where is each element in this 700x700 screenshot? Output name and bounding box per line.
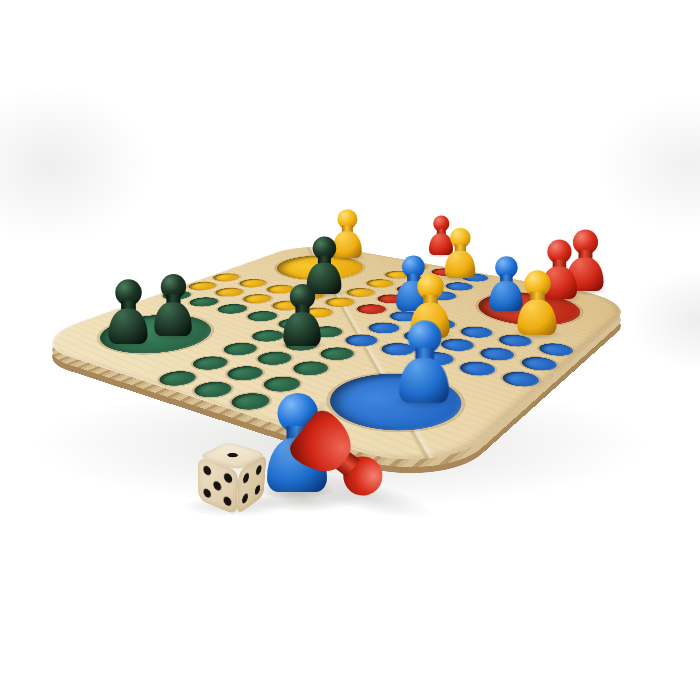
- hole-c5r2[interactable]: [238, 293, 278, 305]
- hole-c4r10[interactable]: [497, 369, 545, 389]
- die-cube: [213, 449, 253, 506]
- hole-c0r5[interactable]: [187, 379, 239, 400]
- background-shading: [0, 80, 160, 250]
- hole-c5r9[interactable]: [475, 345, 520, 363]
- hole-c1r6[interactable]: [256, 374, 307, 395]
- hole-c2r5[interactable]: [251, 349, 299, 367]
- pawn-yellow-2[interactable]: [445, 228, 475, 278]
- hole-c4r3[interactable]: [241, 309, 283, 323]
- hole-c2r6[interactable]: [286, 359, 335, 378]
- pawn-body: [108, 309, 147, 344]
- hole-c5r10[interactable]: [516, 355, 562, 374]
- pawn-body: [517, 300, 556, 335]
- pawn-green-1[interactable]: [108, 279, 147, 344]
- background-shading: [625, 265, 700, 375]
- photo-stage: [0, 0, 700, 700]
- hole-c0r4[interactable]: [152, 369, 203, 389]
- hole-c4r6[interactable]: [339, 332, 383, 348]
- pawn-blue-2[interactable]: [399, 321, 449, 404]
- hole-c1r5[interactable]: [220, 364, 270, 384]
- hole-c4r2[interactable]: [212, 302, 253, 315]
- pawn-green-3[interactable]: [283, 284, 321, 346]
- hole-c7r4[interactable]: [342, 287, 380, 299]
- hole-c6r10[interactable]: [534, 341, 578, 358]
- pawn-body: [399, 358, 449, 403]
- hole-c6r1[interactable]: [234, 278, 271, 289]
- pawn-body: [154, 302, 192, 336]
- pawn-yellow-4[interactable]: [517, 270, 556, 335]
- hole-c4r9[interactable]: [454, 359, 501, 378]
- background-shading: [590, 90, 700, 240]
- hole-c6r5[interactable]: [351, 303, 391, 316]
- hole-c6r8[interactable]: [455, 325, 497, 340]
- hole-c8r4[interactable]: [362, 278, 398, 289]
- hole-c1r4[interactable]: [186, 354, 235, 372]
- pawn-green-2[interactable]: [154, 274, 192, 336]
- pawn-body: [283, 312, 321, 346]
- hole-c2r4[interactable]: [217, 341, 264, 358]
